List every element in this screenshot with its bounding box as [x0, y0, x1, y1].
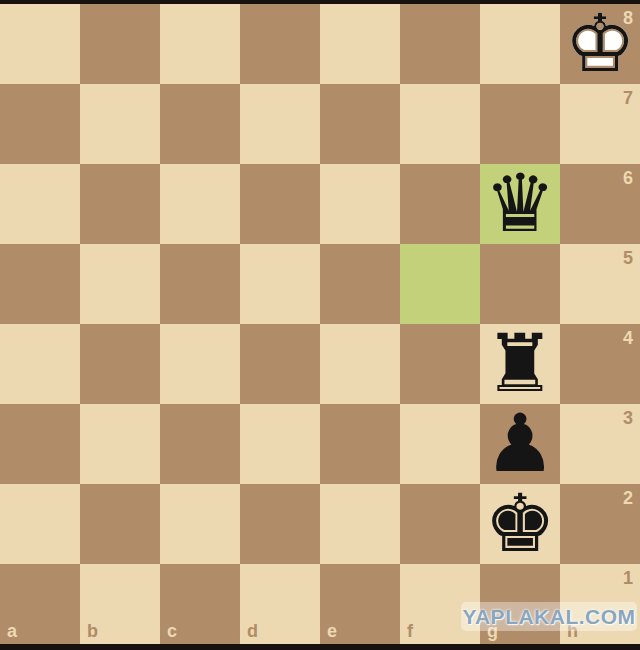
- watermark-text: YAPLAKAL.COM: [462, 605, 635, 629]
- square-h5[interactable]: 5: [560, 244, 640, 324]
- square-b3[interactable]: [80, 404, 160, 484]
- square-c1[interactable]: c: [160, 564, 240, 644]
- white-king[interactable]: ♚♔: [560, 4, 640, 84]
- square-e1[interactable]: e: [320, 564, 400, 644]
- square-c7[interactable]: [160, 84, 240, 164]
- square-d2[interactable]: [240, 484, 320, 564]
- square-d6[interactable]: [240, 164, 320, 244]
- file-label-d: d: [247, 622, 258, 640]
- square-b2[interactable]: [80, 484, 160, 564]
- square-h2[interactable]: 2: [560, 484, 640, 564]
- square-e8[interactable]: [320, 4, 400, 84]
- square-e2[interactable]: [320, 484, 400, 564]
- bottom-letterbox-bar: [0, 644, 640, 650]
- square-d8[interactable]: [240, 4, 320, 84]
- black-pawn[interactable]: ♟: [480, 404, 560, 484]
- black-rook[interactable]: ♜: [480, 324, 560, 404]
- file-label-b: b: [87, 622, 98, 640]
- square-a5[interactable]: [0, 244, 80, 324]
- rank-label-4: 4: [623, 329, 633, 347]
- square-c4[interactable]: [160, 324, 240, 404]
- square-h4[interactable]: 4: [560, 324, 640, 404]
- rank-label-6: 6: [623, 169, 633, 187]
- rank-label-5: 5: [623, 249, 633, 267]
- square-h7[interactable]: 7: [560, 84, 640, 164]
- square-g6[interactable]: ♛: [480, 164, 560, 244]
- square-g2[interactable]: ♚: [480, 484, 560, 564]
- square-c3[interactable]: [160, 404, 240, 484]
- square-g3[interactable]: ♟: [480, 404, 560, 484]
- square-g8[interactable]: [480, 4, 560, 84]
- square-c6[interactable]: [160, 164, 240, 244]
- square-f5[interactable]: [400, 244, 480, 324]
- square-a4[interactable]: [0, 324, 80, 404]
- square-b7[interactable]: [80, 84, 160, 164]
- square-b5[interactable]: [80, 244, 160, 324]
- square-g5[interactable]: [480, 244, 560, 324]
- square-a3[interactable]: [0, 404, 80, 484]
- square-a8[interactable]: [0, 4, 80, 84]
- square-d3[interactable]: [240, 404, 320, 484]
- watermark-badge: YAPLAKAL.COM: [461, 602, 637, 631]
- square-e7[interactable]: [320, 84, 400, 164]
- square-f3[interactable]: [400, 404, 480, 484]
- square-b4[interactable]: [80, 324, 160, 404]
- square-h6[interactable]: 6: [560, 164, 640, 244]
- file-label-a: a: [7, 622, 17, 640]
- white-king-outline: ♔: [564, 4, 636, 84]
- square-d1[interactable]: d: [240, 564, 320, 644]
- square-e6[interactable]: [320, 164, 400, 244]
- square-g7[interactable]: [480, 84, 560, 164]
- chess-diagram: 8♚♔7♛65♜4♟3♚2abcdefg1h YAPLAKAL.COM: [0, 0, 640, 650]
- square-f2[interactable]: [400, 484, 480, 564]
- file-label-c: c: [167, 622, 177, 640]
- square-f8[interactable]: [400, 4, 480, 84]
- square-a2[interactable]: [0, 484, 80, 564]
- square-h8[interactable]: 8♚♔: [560, 4, 640, 84]
- file-label-f: f: [407, 622, 413, 640]
- square-c5[interactable]: [160, 244, 240, 324]
- square-a6[interactable]: [0, 164, 80, 244]
- square-c8[interactable]: [160, 4, 240, 84]
- chess-board: 8♚♔7♛65♜4♟3♚2abcdefg1h: [0, 4, 640, 644]
- square-d5[interactable]: [240, 244, 320, 324]
- square-e4[interactable]: [320, 324, 400, 404]
- rank-label-3: 3: [623, 409, 633, 427]
- square-b8[interactable]: [80, 4, 160, 84]
- rank-label-7: 7: [623, 89, 633, 107]
- square-a1[interactable]: a: [0, 564, 80, 644]
- square-e3[interactable]: [320, 404, 400, 484]
- square-d4[interactable]: [240, 324, 320, 404]
- square-h3[interactable]: 3: [560, 404, 640, 484]
- square-e5[interactable]: [320, 244, 400, 324]
- black-queen[interactable]: ♛: [480, 164, 560, 244]
- rank-label-1: 1: [623, 569, 633, 587]
- file-label-e: e: [327, 622, 337, 640]
- square-a7[interactable]: [0, 84, 80, 164]
- square-f7[interactable]: [400, 84, 480, 164]
- black-king[interactable]: ♚: [480, 484, 560, 564]
- square-b6[interactable]: [80, 164, 160, 244]
- rank-label-2: 2: [623, 489, 633, 507]
- square-c2[interactable]: [160, 484, 240, 564]
- square-f6[interactable]: [400, 164, 480, 244]
- square-d7[interactable]: [240, 84, 320, 164]
- square-b1[interactable]: b: [80, 564, 160, 644]
- square-g4[interactable]: ♜: [480, 324, 560, 404]
- square-f4[interactable]: [400, 324, 480, 404]
